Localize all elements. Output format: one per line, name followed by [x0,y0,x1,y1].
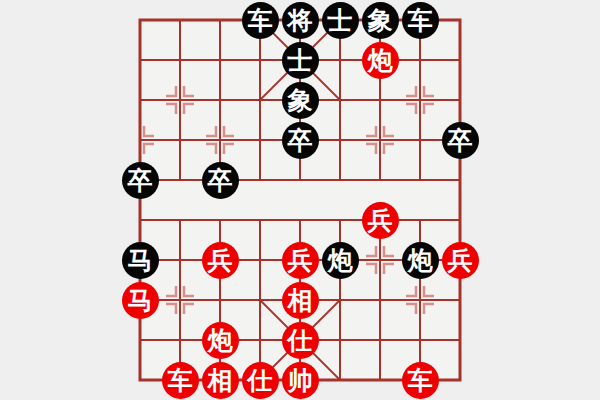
piece-red-soldier[interactable]: 兵 [282,242,319,279]
piece-red-soldier[interactable]: 兵 [442,242,479,279]
piece-red-advisor[interactable]: 仕 [282,322,319,359]
piece-red-advisor[interactable]: 仕 [242,362,279,399]
piece-red-chariot[interactable]: 车 [162,362,199,399]
piece-black-chariot[interactable]: 车 [402,2,439,39]
piece-black-advisor[interactable]: 士 [322,2,359,39]
piece-red-chariot[interactable]: 车 [402,362,439,399]
piece-red-soldier[interactable]: 兵 [202,242,239,279]
piece-red-horse[interactable]: 马 [122,282,159,319]
piece-black-elephant[interactable]: 象 [362,2,399,39]
piece-black-soldier[interactable]: 卒 [202,162,239,199]
piece-red-elephant[interactable]: 相 [282,282,319,319]
piece-red-cannon[interactable]: 炮 [202,322,239,359]
piece-black-horse[interactable]: 马 [122,242,159,279]
piece-black-cannon[interactable]: 炮 [322,242,359,279]
piece-black-soldier[interactable]: 卒 [122,162,159,199]
piece-black-advisor[interactable]: 士 [282,42,319,79]
piece-red-soldier[interactable]: 兵 [362,202,399,239]
xiangqi-board[interactable]: 车将士象车士炮象卒卒卒卒兵马兵兵炮炮兵马相炮仕车相仕帅车 [120,0,480,400]
xiangqi-screenshot: 车将士象车士炮象卒卒卒卒兵马兵兵炮炮兵马相炮仕车相仕帅车 [0,0,600,400]
piece-red-cannon[interactable]: 炮 [362,42,399,79]
piece-black-cannon[interactable]: 炮 [402,242,439,279]
piece-black-elephant[interactable]: 象 [282,82,319,119]
piece-black-general[interactable]: 将 [282,2,319,39]
piece-black-soldier[interactable]: 卒 [282,122,319,159]
piece-red-elephant[interactable]: 相 [202,362,239,399]
piece-black-soldier[interactable]: 卒 [442,122,479,159]
piece-black-chariot[interactable]: 车 [242,2,279,39]
piece-red-general[interactable]: 帅 [282,362,319,399]
